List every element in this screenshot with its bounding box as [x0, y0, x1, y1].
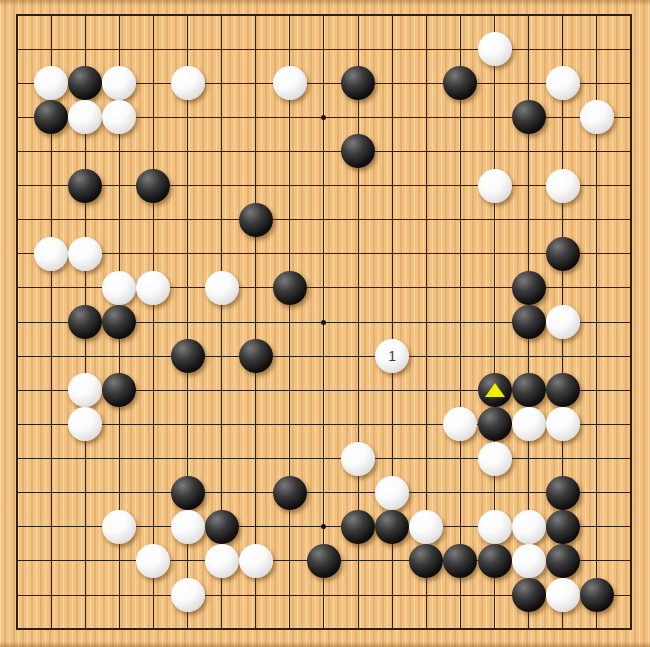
- black-stone[interactable]: [478, 407, 512, 441]
- white-stone[interactable]: [478, 32, 512, 66]
- white-stone[interactable]: [512, 407, 546, 441]
- white-stone[interactable]: [239, 544, 273, 578]
- white-stone[interactable]: [136, 544, 170, 578]
- black-stone[interactable]: [546, 544, 580, 578]
- grid-line: [16, 356, 632, 357]
- black-stone[interactable]: [512, 100, 546, 134]
- white-stone[interactable]: [102, 271, 136, 305]
- black-stone[interactable]: [102, 305, 136, 339]
- black-stone[interactable]: [443, 544, 477, 578]
- white-stone[interactable]: [102, 100, 136, 134]
- white-stone[interactable]: [34, 66, 68, 100]
- white-stone[interactable]: [273, 66, 307, 100]
- star-point: [321, 320, 326, 325]
- white-stone[interactable]: [478, 169, 512, 203]
- white-stone[interactable]: [546, 66, 580, 100]
- white-stone[interactable]: [341, 442, 375, 476]
- white-stone[interactable]: [580, 100, 614, 134]
- grid-line: [16, 628, 632, 630]
- white-stone[interactable]: [443, 407, 477, 441]
- black-stone[interactable]: [546, 510, 580, 544]
- black-stone[interactable]: [102, 373, 136, 407]
- black-stone[interactable]: [273, 476, 307, 510]
- grid-line: [16, 458, 632, 459]
- black-stone[interactable]: [68, 169, 102, 203]
- black-stone[interactable]: [546, 373, 580, 407]
- black-stone[interactable]: [478, 373, 512, 407]
- star-point: [321, 115, 326, 120]
- white-stone[interactable]: [68, 100, 102, 134]
- white-stone[interactable]: [375, 476, 409, 510]
- black-stone[interactable]: [512, 578, 546, 612]
- white-stone[interactable]: [546, 169, 580, 203]
- black-stone[interactable]: [34, 100, 68, 134]
- white-stone[interactable]: [478, 442, 512, 476]
- black-stone[interactable]: [512, 373, 546, 407]
- black-stone[interactable]: [205, 510, 239, 544]
- white-stone[interactable]: [205, 271, 239, 305]
- white-stone[interactable]: [205, 544, 239, 578]
- black-stone[interactable]: [478, 544, 512, 578]
- white-stone[interactable]: [68, 373, 102, 407]
- white-stone[interactable]: [171, 578, 205, 612]
- black-stone[interactable]: [171, 339, 205, 373]
- black-stone[interactable]: [443, 66, 477, 100]
- black-stone[interactable]: [68, 66, 102, 100]
- black-stone[interactable]: [512, 305, 546, 339]
- white-stone[interactable]: [546, 578, 580, 612]
- white-stone[interactable]: [512, 510, 546, 544]
- black-stone[interactable]: [68, 305, 102, 339]
- grid-line: [460, 14, 461, 630]
- black-stone[interactable]: [512, 271, 546, 305]
- black-stone[interactable]: [136, 169, 170, 203]
- black-stone[interactable]: [580, 578, 614, 612]
- black-stone[interactable]: [546, 476, 580, 510]
- white-stone[interactable]: [68, 237, 102, 271]
- black-stone[interactable]: [409, 544, 443, 578]
- white-stone[interactable]: [171, 66, 205, 100]
- black-stone[interactable]: [239, 203, 273, 237]
- black-stone[interactable]: [239, 339, 273, 373]
- black-stone[interactable]: [273, 271, 307, 305]
- white-stone[interactable]: [102, 510, 136, 544]
- black-stone[interactable]: [171, 476, 205, 510]
- black-stone[interactable]: [341, 134, 375, 168]
- black-stone[interactable]: [341, 66, 375, 100]
- white-stone[interactable]: [375, 339, 409, 373]
- white-stone[interactable]: [34, 237, 68, 271]
- white-stone[interactable]: [409, 510, 443, 544]
- black-stone[interactable]: [375, 510, 409, 544]
- white-stone[interactable]: [546, 407, 580, 441]
- black-stone[interactable]: [546, 237, 580, 271]
- black-stone[interactable]: [307, 544, 341, 578]
- white-stone[interactable]: [136, 271, 170, 305]
- white-stone[interactable]: [68, 407, 102, 441]
- white-stone[interactable]: [478, 510, 512, 544]
- white-stone[interactable]: [102, 66, 136, 100]
- white-stone[interactable]: [512, 544, 546, 578]
- black-stone[interactable]: [341, 510, 375, 544]
- go-board[interactable]: 1: [0, 0, 650, 647]
- white-stone[interactable]: [546, 305, 580, 339]
- grid-line: [630, 14, 632, 630]
- white-stone[interactable]: [171, 510, 205, 544]
- star-point: [321, 524, 326, 529]
- grid-line: [16, 492, 632, 493]
